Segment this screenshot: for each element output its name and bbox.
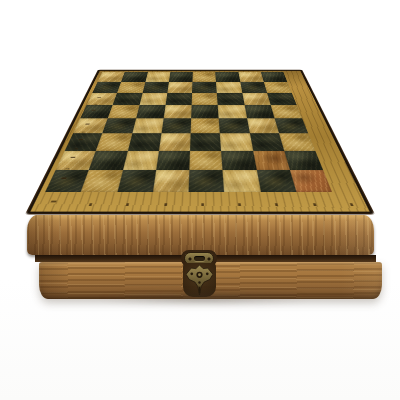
square-g6 [242, 93, 270, 105]
square-h4 [274, 118, 308, 133]
square-e3 [190, 133, 221, 150]
square-e4 [191, 118, 220, 133]
brass-border: 12345678 [30, 71, 369, 212]
square-d4 [161, 118, 191, 133]
square-h2 [284, 150, 323, 169]
square-f2 [221, 150, 256, 169]
square-f6 [217, 93, 244, 105]
square-g4 [247, 118, 279, 133]
square-c6 [139, 93, 167, 105]
square-f8 [215, 72, 239, 82]
square-b4 [102, 118, 135, 133]
file-tick-marks [54, 203, 353, 206]
rank-label: 3 [60, 148, 92, 151]
rank-label: 5 [76, 116, 105, 118]
square-e1 [189, 170, 225, 192]
square-h6 [267, 93, 297, 105]
square-g5 [244, 105, 274, 118]
board-top-surface: 12345678 [25, 70, 375, 215]
square-d7 [167, 82, 192, 93]
square-f7 [216, 82, 242, 93]
square-f3 [220, 133, 253, 150]
square-d5 [163, 105, 191, 118]
square-c3 [127, 133, 161, 150]
rank-label: 1 [40, 188, 77, 192]
square-c5 [136, 105, 166, 118]
square-f1 [223, 170, 261, 192]
square-e2 [189, 150, 222, 169]
square-b2 [89, 150, 127, 169]
floor-shadow [52, 289, 357, 309]
square-e6 [192, 93, 218, 105]
rank-label: 6 [83, 103, 110, 105]
product-photo: 12345678 [0, 0, 400, 400]
square-d1 [153, 170, 190, 192]
square-b1 [81, 170, 123, 192]
board-recess: 12345678 [27, 70, 373, 214]
square-b3 [96, 133, 132, 150]
square-h8 [261, 72, 288, 82]
square-d3 [159, 133, 191, 150]
square-h5 [270, 105, 302, 118]
square-c2 [123, 150, 159, 169]
rank-label: 8 [94, 80, 118, 82]
square-d2 [156, 150, 190, 169]
square-b7 [117, 82, 145, 93]
square-c4 [132, 118, 164, 133]
square-e8 [192, 72, 216, 82]
square-g7 [240, 82, 267, 93]
rank-label: 2 [50, 167, 85, 170]
square-f4 [219, 118, 250, 133]
square-h7 [264, 82, 292, 93]
square-e7 [192, 82, 217, 93]
square-d8 [169, 72, 193, 82]
square-c7 [142, 82, 169, 93]
square-g8 [238, 72, 264, 82]
wood-frame-top: 12345678 [25, 70, 375, 215]
square-e5 [191, 105, 219, 118]
rank-label: 4 [68, 131, 98, 134]
square-b5 [108, 105, 139, 118]
square-h1 [290, 170, 332, 192]
square-c1 [117, 170, 156, 192]
square-c8 [145, 72, 170, 82]
box-lid-front-face [27, 215, 374, 255]
square-b6 [113, 93, 142, 105]
square-h3 [279, 133, 315, 150]
square-f5 [218, 105, 247, 118]
square-b8 [121, 72, 147, 82]
rank-label: 7 [88, 91, 114, 93]
square-d6 [165, 93, 192, 105]
